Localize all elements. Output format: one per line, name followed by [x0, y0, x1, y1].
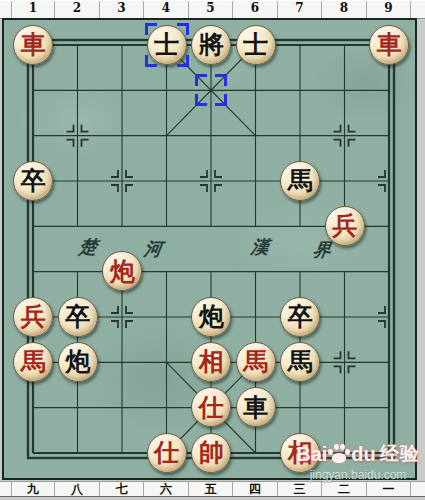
piece-black-炮-f5r6[interactable]: 炮 [191, 297, 231, 337]
file-label-bottom-2: 八 [55, 482, 100, 496]
file-label-bottom-7: 三 [278, 482, 323, 496]
piece-red-仕-f5r8[interactable]: 仕 [191, 387, 231, 427]
piece-layer: 車士將士車卒馬兵炮兵卒炮卒馬炮相馬馬仕車仕帥相 [11, 22, 412, 475]
file-label-bottom-9: 一 [367, 482, 412, 496]
piece-black-炮-f2r7[interactable]: 炮 [58, 342, 98, 382]
file-label-top-8: 8 [322, 1, 367, 18]
piece-black-卒-f2r6[interactable]: 卒 [58, 297, 98, 337]
piece-black-士-f6r0[interactable]: 士 [236, 25, 276, 65]
screen: 123456789 楚河漢界 車士將士車卒馬兵炮兵卒炮卒馬炮相馬馬仕車仕帥相 九… [0, 0, 425, 500]
file-label-bottom-4: 六 [144, 482, 189, 496]
piece-red-帥-f5r9[interactable]: 帥 [191, 433, 231, 473]
piece-red-馬-f6r7[interactable]: 馬 [236, 342, 276, 382]
file-label-bottom-6: 四 [233, 482, 278, 496]
piece-red-仕-f4r9[interactable]: 仕 [147, 433, 187, 473]
file-number-header: 123456789 [0, 0, 425, 19]
file-label-bottom-8: 二 [322, 482, 367, 496]
piece-red-兵-f8r4[interactable]: 兵 [325, 206, 365, 246]
piece-red-相-f5r7[interactable]: 相 [191, 342, 231, 382]
file-label-bottom-1: 九 [11, 482, 56, 496]
piece-black-卒-f7r6[interactable]: 卒 [280, 297, 320, 337]
piece-red-馬-f1r7[interactable]: 馬 [13, 342, 53, 382]
piece-black-馬-f7r3[interactable]: 馬 [280, 161, 320, 201]
piece-black-車-f6r8[interactable]: 車 [236, 387, 276, 427]
piece-black-士-f4r0[interactable]: 士 [147, 25, 187, 65]
file-number-footer: 九八七六五四三二一 [0, 481, 425, 497]
file-label-top-7: 7 [278, 1, 323, 18]
xiangqi-board[interactable]: 楚河漢界 車士將士車卒馬兵炮兵卒炮卒馬炮相馬馬仕車仕帥相 [2, 18, 417, 480]
piece-black-卒-f1r3[interactable]: 卒 [13, 161, 53, 201]
file-label-bottom-3: 七 [100, 482, 145, 496]
piece-red-兵-f1r6[interactable]: 兵 [13, 297, 53, 337]
piece-red-相-f7r9[interactable]: 相 [280, 433, 320, 473]
piece-black-馬-f7r7[interactable]: 馬 [280, 342, 320, 382]
piece-red-車-f1r0[interactable]: 車 [13, 25, 53, 65]
file-label-top-3: 3 [100, 1, 145, 18]
file-label-bottom-5: 五 [189, 482, 234, 496]
piece-red-車-f9r0[interactable]: 車 [369, 25, 409, 65]
piece-black-將-f5r0[interactable]: 將 [191, 25, 231, 65]
file-label-top-1: 1 [11, 1, 56, 18]
file-label-top-6: 6 [233, 1, 278, 18]
file-label-top-4: 4 [144, 1, 189, 18]
file-label-top-2: 2 [55, 1, 100, 18]
file-label-top-5: 5 [189, 1, 234, 18]
file-label-top-9: 9 [367, 1, 412, 18]
piece-red-炮-f3r5[interactable]: 炮 [102, 251, 142, 291]
